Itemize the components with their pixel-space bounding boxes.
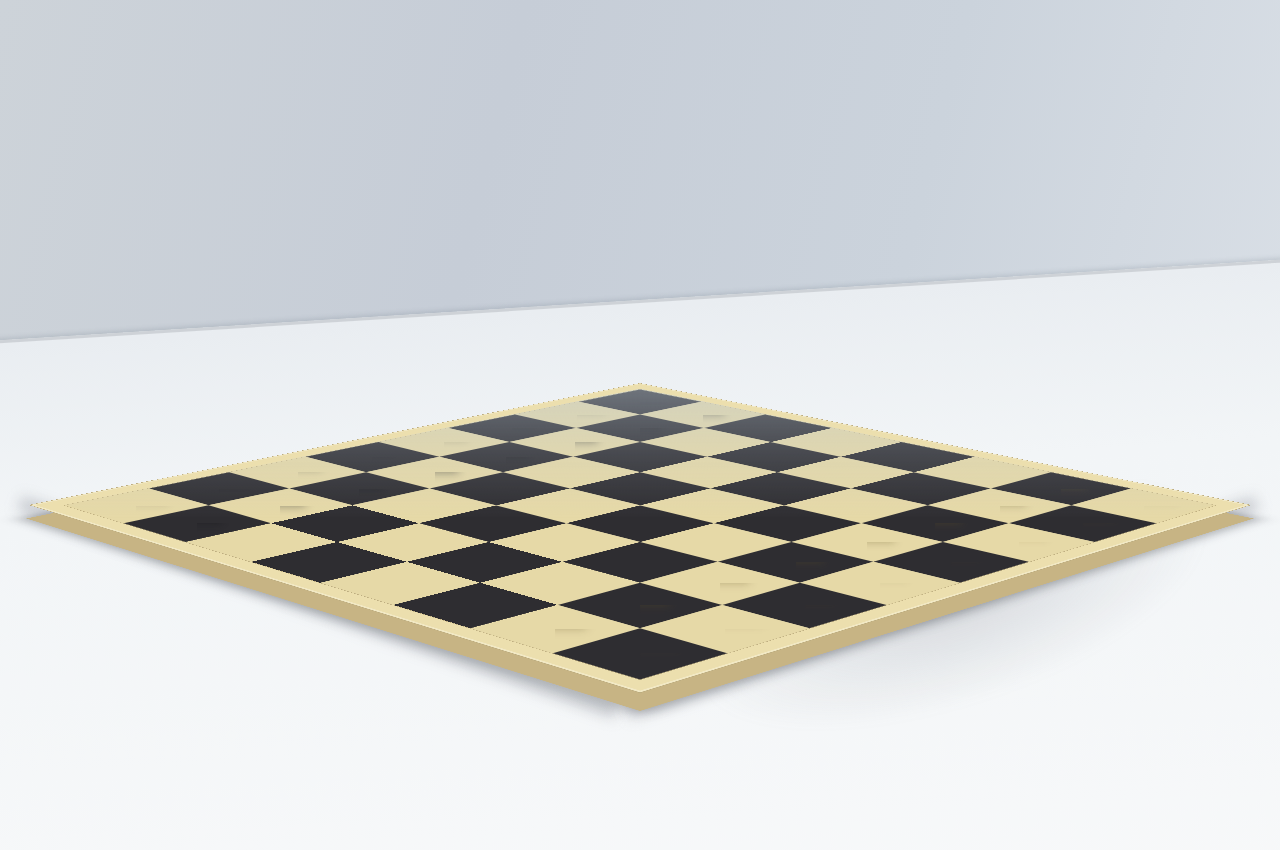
piece-glyph: ♟ xyxy=(609,365,670,433)
piece-glyph: ♟ xyxy=(402,405,468,478)
piece-glyph: ♟ xyxy=(246,435,315,512)
piece-glyph: ♟ xyxy=(326,419,393,494)
piece-glyph: ♟ xyxy=(543,378,606,448)
piece-glyph: ♟ xyxy=(672,353,732,420)
photo-scene: ♜♟♟♜♞♟♟♞♝♟♟♝♚♟♟♚♛♟♟♛♝♟♟♝♞♟♟♞♜♟♟♜ xyxy=(0,0,1280,850)
piece-glyph: ♟ xyxy=(474,391,538,463)
piece-glyph: ♟ xyxy=(162,451,233,530)
piece-glyph: ♜ xyxy=(584,536,696,661)
